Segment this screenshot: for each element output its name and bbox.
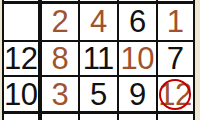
- grid-cell-r0c0[interactable]: [4, 4, 38, 40]
- grid-cell-r1c1[interactable]: 8: [42, 42, 79, 76]
- red-circle-annotation: [159, 79, 191, 110]
- grid-cell-r0c3[interactable]: 6: [119, 4, 157, 40]
- grid-cell-r2c0[interactable]: 10: [4, 77, 38, 111]
- grid-cell-r1c4[interactable]: 7: [158, 42, 193, 76]
- grid-cell-r2c3[interactable]: 9: [119, 77, 157, 111]
- grid-cell-r1c3[interactable]: 10: [119, 42, 157, 76]
- grid-cell-r2c2[interactable]: 5: [80, 77, 118, 111]
- grid-line-vertical: [193, 0, 196, 120]
- page-background: 2461128111071035912: [0, 0, 200, 120]
- grid-cell-r1c2[interactable]: 11: [80, 42, 118, 76]
- grid-cell-r2c1[interactable]: 3: [42, 77, 79, 111]
- grid-cell-r0c2[interactable]: 4: [80, 4, 118, 40]
- grid-cell-r0c4[interactable]: 1: [158, 4, 193, 40]
- grid-cell-r1c0[interactable]: 12: [4, 42, 38, 76]
- grid-cell-r0c1[interactable]: 2: [42, 4, 79, 40]
